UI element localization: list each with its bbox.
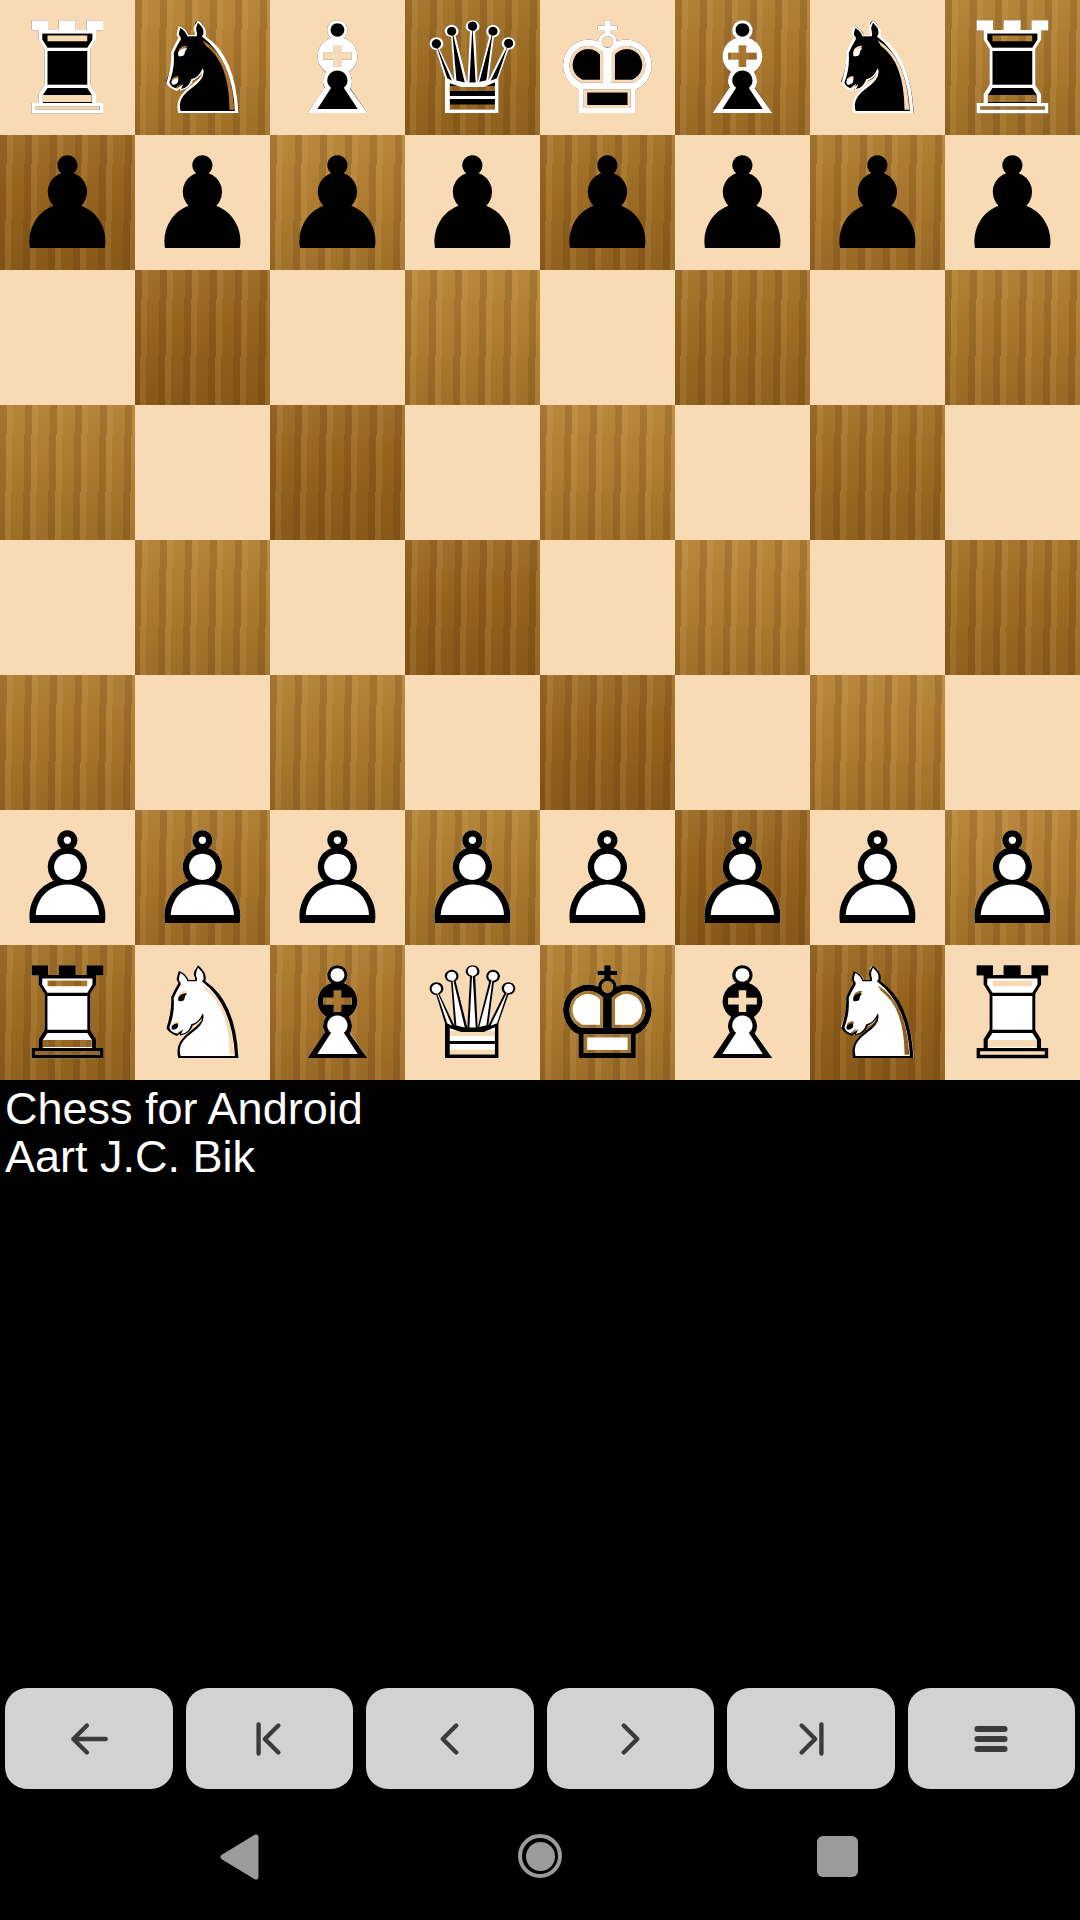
piece-black-king: ♚♔ [540, 0, 675, 135]
chess-for-android-screen: ♜♖♞♘♝♗♛♕♚♔♝♗♞♘♜♖♟♟♟♟♟♟♟♟♟♙♟♙♟♙♟♙♟♙♟♙♟♙♟♙… [0, 0, 1080, 1920]
triangle-left-icon [217, 1866, 261, 1883]
square-c3[interactable] [270, 675, 405, 810]
back-button[interactable] [5, 1688, 173, 1789]
square-d5[interactable] [405, 405, 540, 540]
piece-white-queen: ♛♕ [405, 945, 540, 1080]
piece-white-knight: ♞♘ [810, 945, 945, 1080]
square-d7[interactable]: ♟ [405, 135, 540, 270]
piece-white-pawn: ♟♙ [0, 810, 135, 945]
square-f3[interactable] [675, 675, 810, 810]
previous-move-button[interactable] [366, 1688, 534, 1789]
app-title: Chess for Android [5, 1085, 363, 1133]
piece-white-pawn: ♟♙ [405, 810, 540, 945]
piece-black-pawn: ♟ [810, 135, 945, 270]
square-c6[interactable] [270, 270, 405, 405]
piece-black-pawn: ♟ [675, 135, 810, 270]
square-h7[interactable]: ♟ [945, 135, 1080, 270]
piece-black-knight: ♞♘ [135, 0, 270, 135]
square-h1[interactable]: ♜♖ [945, 945, 1080, 1080]
square-h3[interactable] [945, 675, 1080, 810]
piece-white-pawn: ♟♙ [810, 810, 945, 945]
square-d8[interactable]: ♛♕ [405, 0, 540, 135]
square-d6[interactable] [405, 270, 540, 405]
move-navigation-toolbar [0, 1688, 1080, 1789]
piece-white-pawn: ♟♙ [675, 810, 810, 945]
square-g8[interactable]: ♞♘ [810, 0, 945, 135]
square-e5[interactable] [540, 405, 675, 540]
piece-black-pawn: ♟ [405, 135, 540, 270]
square-c5[interactable] [270, 405, 405, 540]
piece-black-knight: ♞♘ [810, 0, 945, 135]
square-e8[interactable]: ♚♔ [540, 0, 675, 135]
piece-black-pawn: ♟ [135, 135, 270, 270]
first-move-button[interactable] [186, 1688, 354, 1789]
square-a3[interactable] [0, 675, 135, 810]
skip-to-end-icon [786, 1714, 836, 1764]
square-g4[interactable] [810, 540, 945, 675]
square-g3[interactable] [810, 675, 945, 810]
piece-white-pawn: ♟♙ [945, 810, 1080, 945]
skip-to-start-icon [244, 1714, 294, 1764]
square-g1[interactable]: ♞♘ [810, 945, 945, 1080]
piece-white-knight: ♞♘ [135, 945, 270, 1080]
piece-black-pawn: ♟ [0, 135, 135, 270]
last-move-button[interactable] [727, 1688, 895, 1789]
square-b3[interactable] [135, 675, 270, 810]
piece-black-pawn: ♟ [945, 135, 1080, 270]
square-f6[interactable] [675, 270, 810, 405]
square-a6[interactable] [0, 270, 135, 405]
square-f7[interactable]: ♟ [675, 135, 810, 270]
arrow-left-icon [64, 1714, 114, 1764]
piece-black-queen: ♛♕ [405, 0, 540, 135]
piece-white-pawn: ♟♙ [540, 810, 675, 945]
piece-white-rook: ♜♖ [945, 945, 1080, 1080]
piece-white-pawn: ♟♙ [135, 810, 270, 945]
square-d2[interactable]: ♟♙ [405, 810, 540, 945]
android-recents-button[interactable] [817, 1836, 858, 1877]
android-navigation-bar [0, 1833, 1080, 1920]
square-b1[interactable]: ♞♘ [135, 945, 270, 1080]
square-e2[interactable]: ♟♙ [540, 810, 675, 945]
piece-white-king: ♚♔ [540, 945, 675, 1080]
square-b2[interactable]: ♟♙ [135, 810, 270, 945]
square-f4[interactable] [675, 540, 810, 675]
square-f1[interactable]: ♝♗ [675, 945, 810, 1080]
chevron-right-icon [605, 1714, 655, 1764]
square-e3[interactable] [540, 675, 675, 810]
square-g2[interactable]: ♟♙ [810, 810, 945, 945]
piece-white-pawn: ♟♙ [270, 810, 405, 945]
square-a2[interactable]: ♟♙ [0, 810, 135, 945]
square-e6[interactable] [540, 270, 675, 405]
square-c2[interactable]: ♟♙ [270, 810, 405, 945]
android-home-button[interactable] [518, 1834, 562, 1878]
square-a8[interactable]: ♜♖ [0, 0, 135, 135]
square-a1[interactable]: ♜♖ [0, 945, 135, 1080]
android-back-button[interactable] [217, 1834, 261, 1884]
square-d4[interactable] [405, 540, 540, 675]
square-h5[interactable] [945, 405, 1080, 540]
square-f2[interactable]: ♟♙ [675, 810, 810, 945]
piece-black-bishop: ♝♗ [270, 0, 405, 135]
square-g7[interactable]: ♟ [810, 135, 945, 270]
square-c4[interactable] [270, 540, 405, 675]
square-a4[interactable] [0, 540, 135, 675]
square-f8[interactable]: ♝♗ [675, 0, 810, 135]
chevron-left-icon [425, 1714, 475, 1764]
hamburger-menu-icon [966, 1714, 1016, 1764]
next-move-button[interactable] [547, 1688, 715, 1789]
square-f5[interactable] [675, 405, 810, 540]
square-d3[interactable] [405, 675, 540, 810]
square-e1[interactable]: ♚♔ [540, 945, 675, 1080]
piece-black-bishop: ♝♗ [675, 0, 810, 135]
chess-board: ♜♖♞♘♝♗♛♕♚♔♝♗♞♘♜♖♟♟♟♟♟♟♟♟♟♙♟♙♟♙♟♙♟♙♟♙♟♙♟♙… [0, 0, 1080, 1080]
piece-white-bishop: ♝♗ [270, 945, 405, 1080]
square-h2[interactable]: ♟♙ [945, 810, 1080, 945]
piece-black-rook: ♜♖ [945, 0, 1080, 135]
square-g5[interactable] [810, 405, 945, 540]
square-d1[interactable]: ♛♕ [405, 945, 540, 1080]
piece-black-pawn: ♟ [270, 135, 405, 270]
square-h8[interactable]: ♜♖ [945, 0, 1080, 135]
square-c7[interactable]: ♟ [270, 135, 405, 270]
square-c8[interactable]: ♝♗ [270, 0, 405, 135]
square-g6[interactable] [810, 270, 945, 405]
square-h4[interactable] [945, 540, 1080, 675]
piece-black-rook: ♜♖ [0, 0, 135, 135]
piece-white-rook: ♜♖ [0, 945, 135, 1080]
square-a5[interactable] [0, 405, 135, 540]
square-b4[interactable] [135, 540, 270, 675]
square-b8[interactable]: ♞♘ [135, 0, 270, 135]
square-a7[interactable]: ♟ [0, 135, 135, 270]
piece-black-pawn: ♟ [540, 135, 675, 270]
square-e4[interactable] [540, 540, 675, 675]
piece-white-bishop: ♝♗ [675, 945, 810, 1080]
app-info-text: Chess for Android Aart J.C. Bik [5, 1085, 363, 1181]
square-c1[interactable]: ♝♗ [270, 945, 405, 1080]
square-h6[interactable] [945, 270, 1080, 405]
square-e7[interactable]: ♟ [540, 135, 675, 270]
square-b5[interactable] [135, 405, 270, 540]
menu-button[interactable] [908, 1688, 1076, 1789]
square-b7[interactable]: ♟ [135, 135, 270, 270]
square-b6[interactable] [135, 270, 270, 405]
app-author: Aart J.C. Bik [5, 1133, 363, 1181]
circle-ring-icon [526, 1842, 555, 1871]
